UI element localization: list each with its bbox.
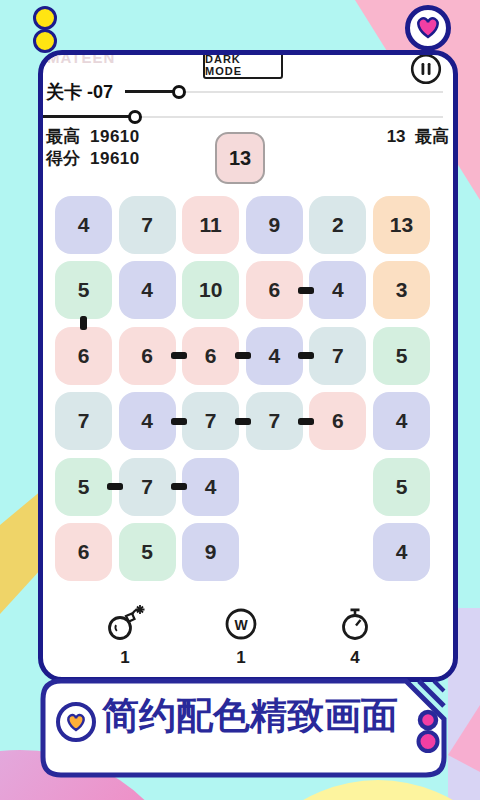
tile-r2c1[interactable]: 5 [55,261,112,319]
bomb-tool-button[interactable]: 1 [95,603,155,668]
promo-banner[interactable]: 简约配色精致画面 [40,678,460,784]
tile-r4c3[interactable]: 7 [182,392,239,450]
tile-r2c4[interactable]: 6 [246,261,303,319]
tile-r3c6[interactable]: 5 [373,327,430,385]
tile-r3c5[interactable]: 7 [309,327,366,385]
tile-r1c4[interactable]: 9 [246,196,303,254]
level-label: 关卡 -07 [46,80,113,104]
max-tile-label: 最高 [415,127,449,146]
favorite-heart-button[interactable] [403,3,453,53]
deco-dot [33,29,57,53]
tile-r3c4[interactable]: 4 [246,327,303,385]
tile-r2c2[interactable]: 4 [119,261,176,319]
dark-mode-button[interactable]: DARK MODE [203,51,283,79]
chain-link-h [235,418,251,425]
wildcard-w-icon: W [219,603,263,643]
current-score: 得分19610 [46,147,140,170]
merge-progress-knob[interactable] [128,110,142,124]
bomb-count: 1 [95,648,155,668]
tile-r4c1[interactable]: 7 [55,392,112,450]
tile-r1c5[interactable]: 2 [309,196,366,254]
pause-button[interactable] [410,53,442,85]
best-score-label: 最高 [46,127,80,146]
best-score-value: 19610 [90,127,140,146]
timer-count: 4 [325,648,385,668]
tile-r4c5[interactable]: 6 [309,392,366,450]
bomb-icon [103,603,147,643]
tile-r6c2[interactable]: 5 [119,523,176,581]
wildcard-count: 1 [211,648,271,668]
chain-link-h [171,418,187,425]
level-progress-fill [125,90,179,93]
tile-r6c3[interactable]: 9 [182,523,239,581]
tile-r5c3[interactable]: 4 [182,458,239,516]
tile-r1c6[interactable]: 13 [373,196,430,254]
tile-r1c3[interactable]: 11 [182,196,239,254]
tile-r3c3[interactable]: 6 [182,327,239,385]
level-progress-knob[interactable] [172,85,186,99]
puzzle-grid: 47119213541064366647574776457456594 [55,196,431,581]
current-score-label: 得分 [46,149,80,168]
chain-link-h [235,352,251,359]
tile-r4c6[interactable]: 4 [373,392,430,450]
tile-r5c1[interactable]: 5 [55,458,112,516]
wildcard-tool-button[interactable]: W 1 [211,603,271,668]
chain-link-h [298,287,314,294]
banner-heart-icon [54,700,98,744]
pause-icon [410,53,442,85]
deco-dot [33,6,57,30]
chain-link-h [107,483,123,490]
tile-r6c6[interactable]: 4 [373,523,430,581]
merge-progress-fill [43,115,135,118]
game-card: MATEEN DARK MODE 关卡 -07 最高19610 得分19610 … [38,50,458,682]
timer-tool-button[interactable]: 4 [325,603,385,668]
tile-r5c2[interactable]: 7 [119,458,176,516]
chain-link-h [171,352,187,359]
stopwatch-icon [333,603,377,643]
tile-r6c1[interactable]: 6 [55,523,112,581]
svg-text:W: W [234,617,248,633]
tile-r5c6[interactable]: 5 [373,458,430,516]
banner-text: 简约配色精致画面 [102,691,402,741]
tile-r4c2[interactable]: 4 [119,392,176,450]
next-tile-preview: 13 [215,132,265,184]
tile-r2c5[interactable]: 4 [309,261,366,319]
chain-link-h [171,483,187,490]
current-score-value: 19610 [90,149,140,168]
watermark-text: MATEEN [47,50,115,66]
chain-link-v [80,316,87,330]
tile-r2c6[interactable]: 3 [373,261,430,319]
banner-content: 简约配色精致画面 [40,678,447,778]
tile-r3c2[interactable]: 6 [119,327,176,385]
tile-r4c4[interactable]: 7 [246,392,303,450]
app-screen: MATEEN DARK MODE 关卡 -07 最高19610 得分19610 … [0,0,480,800]
max-tile-indicator: 13 最高 [387,125,449,148]
tile-r3c1[interactable]: 6 [55,327,112,385]
tile-r1c2[interactable]: 7 [119,196,176,254]
tile-r1c1[interactable]: 4 [55,196,112,254]
best-score: 最高19610 [46,125,140,148]
max-tile-value: 13 [387,127,406,146]
heart-icon [403,3,453,53]
tile-r2c3[interactable]: 10 [182,261,239,319]
chain-link-h [298,418,314,425]
chain-link-h [298,352,314,359]
